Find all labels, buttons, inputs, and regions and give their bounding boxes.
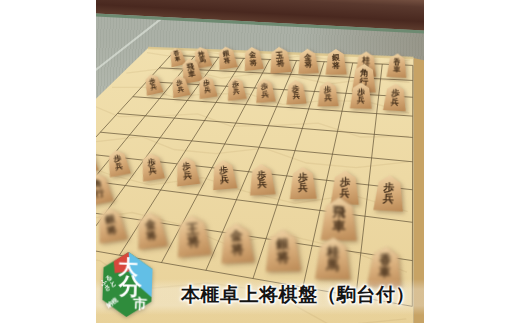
shogi-piece: 金将 (242, 46, 264, 71)
shogi-piece: 金将 (134, 211, 168, 250)
shogi-piece: 歩兵 (285, 79, 307, 104)
shogi-piece: 玉将 (268, 46, 292, 74)
shogi-piece: 歩兵 (169, 74, 191, 98)
product-photo: 香車桂馬銀将金将玉将金将銀将桂馬香車飛車角行歩兵歩兵歩兵歩兵歩兵歩兵歩兵歩兵歩兵… (96, 0, 424, 323)
shogi-piece: 歩兵 (142, 72, 163, 96)
shogi-piece: 金将 (219, 222, 255, 263)
shogi-piece: 歩兵 (196, 75, 218, 99)
shogi-piece: 銀将 (96, 206, 128, 244)
shogi-piece: 歩兵 (349, 82, 372, 109)
logo-char-shi: 市 (133, 295, 148, 313)
shogi-piece: 歩兵 (383, 83, 407, 111)
shogi-piece: 歩兵 (317, 81, 339, 107)
product-caption: 本榧卓上将棋盤（駒台付） (181, 282, 415, 308)
page-background: 香車桂馬銀将金将玉将金将銀将桂馬香車飛車角行歩兵歩兵歩兵歩兵歩兵歩兵歩兵歩兵歩兵… (0, 0, 520, 323)
shogi-piece: 歩兵 (96, 145, 99, 174)
shogi-piece: 飛車 (321, 197, 358, 241)
shogi-piece: 歩兵 (173, 155, 200, 186)
oita-furusato-logo: 大 分 市 ふるさと 納税 (98, 251, 157, 318)
shogi-piece: 歩兵 (105, 149, 131, 178)
shogi-piece: 金将 (297, 48, 319, 74)
shogi-piece: 銀将 (325, 49, 347, 75)
shogi-piece: 歩兵 (248, 163, 276, 195)
shogi-piece: 香車 (386, 53, 407, 78)
shogi-piece: 歩兵 (210, 159, 237, 190)
shogi-piece: 桂馬 (315, 237, 351, 280)
shogi-piece: 銀将 (265, 229, 301, 271)
shogi-piece: 歩兵 (289, 167, 317, 200)
shogi-piece: 歩兵 (225, 76, 247, 101)
shogi-piece: 歩兵 (373, 174, 405, 211)
shogi-piece: 銀将 (216, 45, 238, 70)
shogi-piece: 歩兵 (139, 152, 166, 182)
shogi-piece: 歩兵 (254, 78, 276, 103)
shogi-piece: 王将 (174, 214, 212, 257)
